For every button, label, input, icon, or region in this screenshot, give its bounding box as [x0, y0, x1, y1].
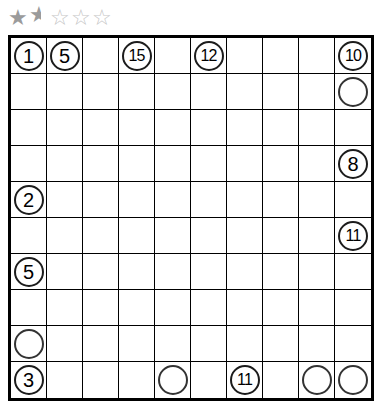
cell-r4c5[interactable]: [155, 146, 191, 182]
clue-circle: 11: [338, 221, 368, 251]
difficulty-stars: ★★☆☆☆: [8, 5, 113, 31]
cell-r7c6[interactable]: [191, 254, 227, 290]
cell-r5c10[interactable]: [335, 182, 371, 218]
cell-r2c3[interactable]: [83, 74, 119, 110]
cell-r5c4[interactable]: [119, 182, 155, 218]
cell-r2c8[interactable]: [263, 74, 299, 110]
cell-r3c7[interactable]: [227, 110, 263, 146]
cell-r4c1[interactable]: [11, 146, 47, 182]
cell-r10c2[interactable]: [47, 362, 83, 398]
cell-r9c2[interactable]: [47, 326, 83, 362]
cell-r3c4[interactable]: [119, 110, 155, 146]
puzzle-board: 1515121082115311: [8, 35, 374, 401]
cell-r8c4[interactable]: [119, 290, 155, 326]
empty-circle: [338, 77, 368, 107]
cell-r8c2[interactable]: [47, 290, 83, 326]
cell-r7c4[interactable]: [119, 254, 155, 290]
cell-r7c3[interactable]: [83, 254, 119, 290]
cell-r1c2[interactable]: 5: [47, 38, 83, 74]
cell-r6c3[interactable]: [83, 218, 119, 254]
cell-r1c10[interactable]: 10: [335, 38, 371, 74]
cell-r9c1[interactable]: [11, 326, 47, 362]
cell-r2c10[interactable]: [335, 74, 371, 110]
empty-circle: [302, 365, 332, 395]
cell-r5c2[interactable]: [47, 182, 83, 218]
star-half-clip: ★: [29, 2, 41, 28]
cell-r9c9[interactable]: [299, 326, 335, 362]
cell-r1c9[interactable]: [299, 38, 335, 74]
clue-circle: 15: [122, 41, 152, 71]
cell-r7c10[interactable]: [335, 254, 371, 290]
clue-circle: 2: [14, 185, 44, 215]
cell-r7c8[interactable]: [263, 254, 299, 290]
star-outline-icon: ☆: [71, 5, 92, 31]
cell-r8c3[interactable]: [83, 290, 119, 326]
cell-r9c3[interactable]: [83, 326, 119, 362]
cell-r9c4[interactable]: [119, 326, 155, 362]
cell-r5c9[interactable]: [299, 182, 335, 218]
cell-r1c7[interactable]: [227, 38, 263, 74]
cell-r1c8[interactable]: [263, 38, 299, 74]
cell-r3c8[interactable]: [263, 110, 299, 146]
cell-r10c10[interactable]: [335, 362, 371, 398]
cell-r8c8[interactable]: [263, 290, 299, 326]
clue-circle: 3: [14, 365, 44, 395]
cell-r3c3[interactable]: [83, 110, 119, 146]
cell-r1c5[interactable]: [155, 38, 191, 74]
cell-r9c5[interactable]: [155, 326, 191, 362]
cell-r6c1[interactable]: [11, 218, 47, 254]
cell-r5c6[interactable]: [191, 182, 227, 218]
star-outline-icon: ☆: [92, 5, 113, 31]
cell-r10c1[interactable]: 3: [11, 362, 47, 398]
cell-r8c7[interactable]: [227, 290, 263, 326]
cell-r10c7[interactable]: 11: [227, 362, 263, 398]
cell-r1c3[interactable]: [83, 38, 119, 74]
cell-r7c7[interactable]: [227, 254, 263, 290]
cell-r1c4[interactable]: 15: [119, 38, 155, 74]
cell-r6c4[interactable]: [119, 218, 155, 254]
cell-r5c1[interactable]: 2: [11, 182, 47, 218]
cell-r2c1[interactable]: [11, 74, 47, 110]
clue-circle: 8: [338, 149, 368, 179]
clue-circle: 12: [194, 41, 224, 71]
cell-r2c5[interactable]: [155, 74, 191, 110]
cell-r8c5[interactable]: [155, 290, 191, 326]
cell-r6c8[interactable]: [263, 218, 299, 254]
cell-r8c9[interactable]: [299, 290, 335, 326]
cell-r5c7[interactable]: [227, 182, 263, 218]
empty-circle: [338, 365, 368, 395]
cell-r4c3[interactable]: [83, 146, 119, 182]
cell-r2c2[interactable]: [47, 74, 83, 110]
cell-r6c2[interactable]: [47, 218, 83, 254]
cell-r3c1[interactable]: [11, 110, 47, 146]
cell-r6c7[interactable]: [227, 218, 263, 254]
cell-r8c10[interactable]: [335, 290, 371, 326]
cell-r6c9[interactable]: [299, 218, 335, 254]
cell-r1c6[interactable]: 12: [191, 38, 227, 74]
clue-circle: 10: [338, 41, 368, 71]
cell-r2c6[interactable]: [191, 74, 227, 110]
cell-r10c9[interactable]: [299, 362, 335, 398]
cell-r7c2[interactable]: [47, 254, 83, 290]
cell-r4c10[interactable]: 8: [335, 146, 371, 182]
cell-r8c6[interactable]: [191, 290, 227, 326]
cell-r1c1[interactable]: 1: [11, 38, 47, 74]
cell-r5c8[interactable]: [263, 182, 299, 218]
cell-r3c5[interactable]: [155, 110, 191, 146]
cell-r6c10[interactable]: 11: [335, 218, 371, 254]
cell-r9c7[interactable]: [227, 326, 263, 362]
cell-r9c6[interactable]: [191, 326, 227, 362]
cell-r6c6[interactable]: [191, 218, 227, 254]
cell-r7c5[interactable]: [155, 254, 191, 290]
cell-r4c7[interactable]: [227, 146, 263, 182]
cell-r7c9[interactable]: [299, 254, 335, 290]
cell-r2c7[interactable]: [227, 74, 263, 110]
cell-r3c10[interactable]: [335, 110, 371, 146]
star-outline-icon: ☆: [50, 5, 71, 31]
cell-r5c3[interactable]: [83, 182, 119, 218]
clue-circle: 5: [14, 257, 44, 287]
cell-r3c9[interactable]: [299, 110, 335, 146]
cell-r9c8[interactable]: [263, 326, 299, 362]
cell-r10c3[interactable]: [83, 362, 119, 398]
cell-r3c2[interactable]: [47, 110, 83, 146]
cell-r5c5[interactable]: [155, 182, 191, 218]
star-filled-icon: ★: [8, 5, 29, 31]
cell-r2c4[interactable]: [119, 74, 155, 110]
cell-r4c8[interactable]: [263, 146, 299, 182]
cell-r10c5[interactable]: [155, 362, 191, 398]
puzzle-page: ★★☆☆☆ 1515121082115311: [0, 0, 387, 412]
cell-r4c4[interactable]: [119, 146, 155, 182]
clue-circle: 11: [230, 365, 260, 395]
cell-r4c9[interactable]: [299, 146, 335, 182]
cell-r10c6[interactable]: [191, 362, 227, 398]
cell-r10c4[interactable]: [119, 362, 155, 398]
cell-r7c1[interactable]: 5: [11, 254, 47, 290]
clue-circle: 5: [50, 41, 80, 71]
cell-r6c5[interactable]: [155, 218, 191, 254]
empty-circle: [158, 365, 188, 395]
cell-r9c10[interactable]: [335, 326, 371, 362]
cell-r3c6[interactable]: [191, 110, 227, 146]
cell-r8c1[interactable]: [11, 290, 47, 326]
clue-circle: 1: [14, 41, 44, 71]
cell-r2c9[interactable]: [299, 74, 335, 110]
empty-circle: [14, 329, 44, 359]
cell-r4c6[interactable]: [191, 146, 227, 182]
cell-r10c8[interactable]: [263, 362, 299, 398]
cell-r4c2[interactable]: [47, 146, 83, 182]
star-half-icon: ★: [29, 2, 50, 34]
